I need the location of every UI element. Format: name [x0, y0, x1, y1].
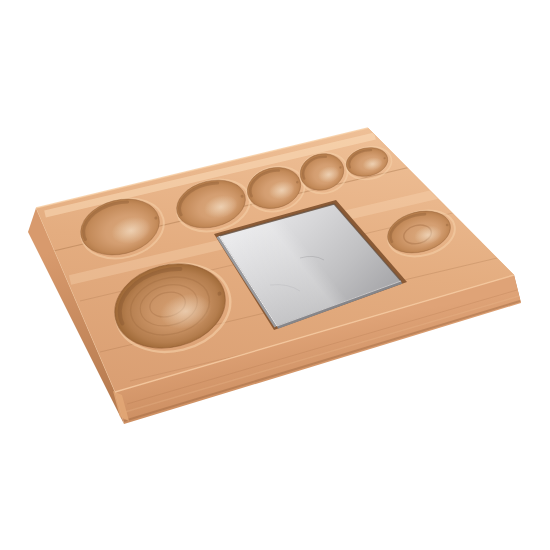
product-photo: Wooden dapping block with steel bench bl… [0, 0, 550, 550]
dapping-block-illustration: Wooden dapping block with steel bench bl… [0, 0, 550, 550]
